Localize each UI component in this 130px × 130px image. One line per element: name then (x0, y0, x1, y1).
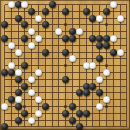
black-stone[interactable] (96, 55, 103, 62)
white-stone[interactable] (117, 15, 124, 22)
white-stone[interactable] (35, 15, 42, 22)
go-board[interactable] (0, 0, 130, 130)
black-stone[interactable] (42, 103, 49, 110)
white-stone[interactable] (35, 96, 42, 103)
star-point (23, 105, 26, 108)
black-stone[interactable] (49, 1, 56, 8)
black-stone[interactable] (21, 83, 28, 90)
white-stone[interactable] (28, 28, 35, 35)
black-stone[interactable] (1, 21, 8, 28)
grid-line-vertical (126, 5, 127, 127)
star-point (64, 105, 67, 108)
white-stone[interactable] (28, 42, 35, 49)
black-stone[interactable] (15, 76, 22, 83)
white-stone[interactable] (89, 62, 96, 69)
white-stone[interactable] (96, 76, 103, 83)
white-stone[interactable] (103, 96, 110, 103)
black-stone[interactable] (83, 89, 90, 96)
black-stone[interactable] (110, 49, 117, 56)
black-stone[interactable] (69, 103, 76, 110)
star-point (105, 105, 108, 108)
black-stone[interactable] (15, 103, 22, 110)
black-stone[interactable] (96, 89, 103, 96)
white-stone[interactable] (103, 69, 110, 76)
black-stone[interactable] (21, 110, 28, 117)
black-stone[interactable] (83, 110, 90, 117)
black-stone[interactable] (1, 35, 8, 42)
white-stone[interactable] (15, 69, 22, 76)
black-stone[interactable] (103, 42, 110, 49)
black-stone[interactable] (21, 35, 28, 42)
black-stone[interactable] (21, 21, 28, 28)
grid-line-horizontal (5, 126, 127, 127)
white-stone[interactable] (35, 69, 42, 76)
white-stone[interactable] (69, 55, 76, 62)
white-stone[interactable] (110, 35, 117, 42)
white-stone[interactable] (35, 110, 42, 117)
black-stone[interactable] (42, 49, 49, 56)
star-point (64, 23, 67, 26)
black-stone[interactable] (76, 110, 83, 117)
black-stone[interactable] (21, 62, 28, 69)
white-stone[interactable] (15, 49, 22, 56)
grid-line-vertical (79, 5, 80, 127)
black-stone[interactable] (1, 123, 8, 130)
black-stone[interactable] (28, 8, 35, 15)
black-stone[interactable] (1, 69, 8, 76)
black-stone[interactable] (15, 117, 22, 124)
white-stone[interactable] (96, 103, 103, 110)
black-stone[interactable] (83, 8, 90, 15)
white-stone[interactable] (117, 49, 124, 56)
grid-line-horizontal (5, 120, 127, 121)
star-point (105, 64, 108, 67)
black-stone[interactable] (103, 8, 110, 15)
black-stone[interactable] (62, 76, 69, 83)
white-stone[interactable] (8, 1, 15, 8)
black-stone[interactable] (69, 117, 76, 124)
black-stone[interactable] (8, 96, 15, 103)
black-stone[interactable] (62, 110, 69, 117)
white-stone[interactable] (28, 89, 35, 96)
white-stone[interactable] (35, 35, 42, 42)
star-point (105, 23, 108, 26)
black-stone[interactable] (103, 35, 110, 42)
black-stone[interactable] (42, 21, 49, 28)
black-stone[interactable] (69, 35, 76, 42)
white-stone[interactable] (8, 42, 15, 49)
white-stone[interactable] (28, 117, 35, 124)
white-stone[interactable] (110, 1, 117, 8)
grid-line-horizontal (5, 92, 127, 93)
white-stone[interactable] (96, 15, 103, 22)
star-point (64, 64, 67, 67)
white-stone[interactable] (55, 28, 62, 35)
black-stone[interactable] (76, 89, 83, 96)
black-stone[interactable] (76, 123, 83, 130)
black-stone[interactable] (15, 15, 22, 22)
black-stone[interactable] (42, 8, 49, 15)
white-stone[interactable] (76, 28, 83, 35)
white-stone[interactable] (1, 103, 8, 110)
grid-line-vertical (113, 5, 114, 127)
grid-line-vertical (120, 5, 121, 127)
black-stone[interactable] (62, 49, 69, 56)
white-stone[interactable] (28, 76, 35, 83)
white-stone[interactable] (21, 1, 28, 8)
black-stone[interactable] (8, 69, 15, 76)
black-stone[interactable] (89, 83, 96, 90)
black-stone[interactable] (62, 8, 69, 15)
